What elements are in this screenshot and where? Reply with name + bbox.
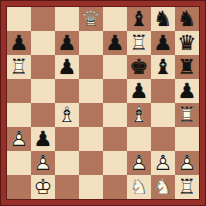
black-bishop-piece: ♝ <box>151 55 175 79</box>
square-h6[interactable]: ♜ <box>175 55 199 79</box>
square-c4[interactable]: ♝♗ <box>55 103 79 127</box>
white-king-piece: ♚♔ <box>31 175 55 199</box>
square-c6[interactable]: ♟ <box>55 55 79 79</box>
square-b3[interactable]: ♟ <box>31 127 55 151</box>
square-e6[interactable] <box>103 55 127 79</box>
square-d6[interactable] <box>79 55 103 79</box>
square-d7[interactable] <box>79 31 103 55</box>
square-a1[interactable] <box>7 175 31 199</box>
square-d8[interactable]: ♛♕ <box>79 7 103 31</box>
black-pawn-piece: ♟ <box>151 31 175 55</box>
square-f5[interactable]: ♟ <box>127 79 151 103</box>
black-knight-piece: ♞ <box>151 7 175 31</box>
square-f3[interactable] <box>127 127 151 151</box>
white-rook-piece: ♜♖ <box>127 31 151 55</box>
square-g5[interactable] <box>151 79 175 103</box>
white-pawn-piece: ♟♙ <box>127 151 151 175</box>
square-c3[interactable] <box>55 127 79 151</box>
square-a5[interactable] <box>7 79 31 103</box>
square-c2[interactable] <box>55 151 79 175</box>
square-f1[interactable]: ♞♘ <box>127 175 151 199</box>
square-h8[interactable]: ♞ <box>175 7 199 31</box>
white-bishop-piece: ♝♗ <box>127 103 151 127</box>
square-f8[interactable]: ♝ <box>127 7 151 31</box>
black-pawn-piece: ♟ <box>55 31 79 55</box>
square-h5[interactable]: ♟ <box>175 79 199 103</box>
white-pawn-piece: ♟♙ <box>175 151 199 175</box>
square-e5[interactable] <box>103 79 127 103</box>
black-pawn-piece: ♟ <box>7 31 31 55</box>
black-knight-piece: ♞ <box>175 7 199 31</box>
square-g1[interactable]: ♞♘ <box>151 175 175 199</box>
white-queen-piece: ♛♕ <box>79 7 103 31</box>
white-knight-piece: ♞♘ <box>127 175 151 199</box>
square-g4[interactable] <box>151 103 175 127</box>
square-e1[interactable] <box>103 175 127 199</box>
white-bishop-piece: ♝♗ <box>55 103 79 127</box>
square-b8[interactable] <box>31 7 55 31</box>
square-a2[interactable] <box>7 151 31 175</box>
square-a6[interactable]: ♜♖ <box>7 55 31 79</box>
white-rook-piece: ♜♖ <box>175 175 199 199</box>
square-f6[interactable]: ♚ <box>127 55 151 79</box>
square-h4[interactable]: ♜♖ <box>175 103 199 127</box>
black-queen-piece: ♛ <box>175 31 199 55</box>
square-e2[interactable] <box>103 151 127 175</box>
chess-board: ♛♕♝♞♞♟♟♟♜♖♟♛♜♖♟♚♝♜♟♟♝♗♝♗♜♖♟♙♟♟♙♟♙♟♙♟♙♚♔♞… <box>7 7 199 199</box>
white-rook-piece: ♜♖ <box>175 103 199 127</box>
square-e3[interactable] <box>103 127 127 151</box>
square-d3[interactable] <box>79 127 103 151</box>
square-h2[interactable]: ♟♙ <box>175 151 199 175</box>
square-e4[interactable] <box>103 103 127 127</box>
white-pawn-piece: ♟♙ <box>151 151 175 175</box>
square-a4[interactable] <box>7 103 31 127</box>
square-b1[interactable]: ♚♔ <box>31 175 55 199</box>
square-c1[interactable] <box>55 175 79 199</box>
square-g6[interactable]: ♝ <box>151 55 175 79</box>
white-knight-piece: ♞♘ <box>151 175 175 199</box>
white-rook-piece: ♜♖ <box>7 55 31 79</box>
square-f2[interactable]: ♟♙ <box>127 151 151 175</box>
black-bishop-piece: ♝ <box>127 7 151 31</box>
square-g7[interactable]: ♟ <box>151 31 175 55</box>
square-b5[interactable] <box>31 79 55 103</box>
square-b7[interactable] <box>31 31 55 55</box>
black-pawn-piece: ♟ <box>127 79 151 103</box>
square-g2[interactable]: ♟♙ <box>151 151 175 175</box>
square-e7[interactable]: ♟ <box>103 31 127 55</box>
square-c7[interactable]: ♟ <box>55 31 79 55</box>
square-d5[interactable] <box>79 79 103 103</box>
square-a8[interactable] <box>7 7 31 31</box>
square-a3[interactable]: ♟♙ <box>7 127 31 151</box>
chess-diagram: ♛♕♝♞♞♟♟♟♜♖♟♛♜♖♟♚♝♜♟♟♝♗♝♗♜♖♟♙♟♟♙♟♙♟♙♟♙♚♔♞… <box>0 0 206 206</box>
white-pawn-piece: ♟♙ <box>7 127 31 151</box>
square-c5[interactable] <box>55 79 79 103</box>
square-f7[interactable]: ♜♖ <box>127 31 151 55</box>
square-a7[interactable]: ♟ <box>7 31 31 55</box>
square-f4[interactable]: ♝♗ <box>127 103 151 127</box>
square-g3[interactable] <box>151 127 175 151</box>
square-b6[interactable] <box>31 55 55 79</box>
square-h1[interactable]: ♜♖ <box>175 175 199 199</box>
square-g8[interactable]: ♞ <box>151 7 175 31</box>
square-d1[interactable] <box>79 175 103 199</box>
square-c8[interactable] <box>55 7 79 31</box>
black-pawn-piece: ♟ <box>103 31 127 55</box>
square-d2[interactable] <box>79 151 103 175</box>
black-pawn-piece: ♟ <box>31 127 55 151</box>
black-rook-piece: ♜ <box>175 55 199 79</box>
white-pawn-piece: ♟♙ <box>31 151 55 175</box>
black-pawn-piece: ♟ <box>175 79 199 103</box>
square-h7[interactable]: ♛ <box>175 31 199 55</box>
black-pawn-piece: ♟ <box>55 55 79 79</box>
square-e8[interactable] <box>103 7 127 31</box>
square-b4[interactable] <box>31 103 55 127</box>
square-b2[interactable]: ♟♙ <box>31 151 55 175</box>
square-h3[interactable] <box>175 127 199 151</box>
black-king-piece: ♚ <box>127 55 151 79</box>
square-d4[interactable] <box>79 103 103 127</box>
